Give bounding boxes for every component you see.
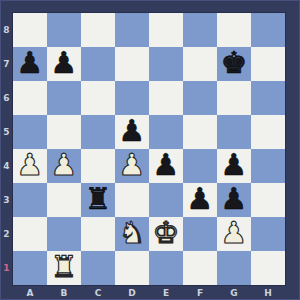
square-f4[interactable] xyxy=(183,149,217,183)
white-king-piece[interactable]: ♚ xyxy=(153,218,180,248)
file-label-c: C xyxy=(81,285,115,300)
square-h7[interactable] xyxy=(251,47,285,81)
file-label-b: B xyxy=(47,285,81,300)
black-king-piece[interactable]: ♚ xyxy=(221,48,248,78)
file-labels: ABCDEFGH xyxy=(13,285,285,300)
square-f6[interactable] xyxy=(183,81,217,115)
square-c7[interactable] xyxy=(81,47,115,81)
square-f7[interactable] xyxy=(183,47,217,81)
square-g4[interactable]: ♟ xyxy=(217,149,251,183)
file-label-g: G xyxy=(217,285,251,300)
board-frame: 87654321 ♟♟♚♟♟♟♟♟♟♜♟♟♞♚♟♜ ABCDEFGH xyxy=(0,0,300,300)
square-b2[interactable] xyxy=(47,217,81,251)
square-a5[interactable] xyxy=(13,115,47,149)
black-pawn-piece[interactable]: ♟ xyxy=(17,48,44,78)
square-f3[interactable]: ♟ xyxy=(183,183,217,217)
file-label-a: A xyxy=(13,285,47,300)
white-pawn-piece[interactable]: ♟ xyxy=(221,218,248,248)
square-e3[interactable] xyxy=(149,183,183,217)
square-h8[interactable] xyxy=(251,13,285,47)
square-e7[interactable] xyxy=(149,47,183,81)
rank-labels: 87654321 xyxy=(0,13,13,285)
square-b1[interactable]: ♜ xyxy=(47,251,81,285)
square-h5[interactable] xyxy=(251,115,285,149)
square-e4[interactable]: ♟ xyxy=(149,149,183,183)
square-a4[interactable]: ♟ xyxy=(13,149,47,183)
rank-label-7: 7 xyxy=(0,47,13,81)
square-h3[interactable] xyxy=(251,183,285,217)
black-pawn-piece[interactable]: ♟ xyxy=(119,116,146,146)
square-g7[interactable]: ♚ xyxy=(217,47,251,81)
black-pawn-piece[interactable]: ♟ xyxy=(51,48,78,78)
square-d5[interactable]: ♟ xyxy=(115,115,149,149)
square-b3[interactable] xyxy=(47,183,81,217)
rank-label-1: 1 xyxy=(0,251,13,285)
file-label-d: D xyxy=(115,285,149,300)
file-label-e: E xyxy=(149,285,183,300)
square-d3[interactable] xyxy=(115,183,149,217)
square-h6[interactable] xyxy=(251,81,285,115)
square-a2[interactable] xyxy=(13,217,47,251)
black-pawn-piece[interactable]: ♟ xyxy=(221,150,248,180)
square-c4[interactable] xyxy=(81,149,115,183)
rank-label-6: 6 xyxy=(0,81,13,115)
square-e5[interactable] xyxy=(149,115,183,149)
square-d4[interactable]: ♟ xyxy=(115,149,149,183)
square-e6[interactable] xyxy=(149,81,183,115)
file-label-f: F xyxy=(183,285,217,300)
square-a3[interactable] xyxy=(13,183,47,217)
square-g1[interactable] xyxy=(217,251,251,285)
square-a8[interactable] xyxy=(13,13,47,47)
black-pawn-piece[interactable]: ♟ xyxy=(153,150,180,180)
chess-board[interactable]: ♟♟♚♟♟♟♟♟♟♜♟♟♞♚♟♜ xyxy=(13,13,285,285)
square-c8[interactable] xyxy=(81,13,115,47)
black-rook-piece[interactable]: ♜ xyxy=(85,184,112,214)
square-d2[interactable]: ♞ xyxy=(115,217,149,251)
square-g5[interactable] xyxy=(217,115,251,149)
rank-label-8: 8 xyxy=(0,13,13,47)
square-d1[interactable] xyxy=(115,251,149,285)
square-f2[interactable] xyxy=(183,217,217,251)
square-h2[interactable] xyxy=(251,217,285,251)
square-b4[interactable]: ♟ xyxy=(47,149,81,183)
white-pawn-piece[interactable]: ♟ xyxy=(51,150,78,180)
square-f8[interactable] xyxy=(183,13,217,47)
square-b5[interactable] xyxy=(47,115,81,149)
square-c5[interactable] xyxy=(81,115,115,149)
black-pawn-piece[interactable]: ♟ xyxy=(187,184,214,214)
square-e8[interactable] xyxy=(149,13,183,47)
white-knight-piece[interactable]: ♞ xyxy=(119,218,146,248)
square-c6[interactable] xyxy=(81,81,115,115)
rank-label-5: 5 xyxy=(0,115,13,149)
square-g8[interactable] xyxy=(217,13,251,47)
square-c3[interactable]: ♜ xyxy=(81,183,115,217)
square-h4[interactable] xyxy=(251,149,285,183)
square-b6[interactable] xyxy=(47,81,81,115)
square-c2[interactable] xyxy=(81,217,115,251)
file-label-h: H xyxy=(251,285,285,300)
square-a7[interactable]: ♟ xyxy=(13,47,47,81)
square-g6[interactable] xyxy=(217,81,251,115)
square-f5[interactable] xyxy=(183,115,217,149)
square-a1[interactable] xyxy=(13,251,47,285)
white-rook-piece[interactable]: ♜ xyxy=(51,252,78,282)
square-e2[interactable]: ♚ xyxy=(149,217,183,251)
rank-label-4: 4 xyxy=(0,149,13,183)
white-pawn-piece[interactable]: ♟ xyxy=(17,150,44,180)
white-pawn-piece[interactable]: ♟ xyxy=(119,150,146,180)
square-c1[interactable] xyxy=(81,251,115,285)
rank-label-3: 3 xyxy=(0,183,13,217)
square-a6[interactable] xyxy=(13,81,47,115)
square-g3[interactable]: ♟ xyxy=(217,183,251,217)
square-e1[interactable] xyxy=(149,251,183,285)
square-h1[interactable] xyxy=(251,251,285,285)
black-pawn-piece[interactable]: ♟ xyxy=(221,184,248,214)
square-b7[interactable]: ♟ xyxy=(47,47,81,81)
square-g2[interactable]: ♟ xyxy=(217,217,251,251)
square-b8[interactable] xyxy=(47,13,81,47)
square-d8[interactable] xyxy=(115,13,149,47)
rank-label-2: 2 xyxy=(0,217,13,251)
square-f1[interactable] xyxy=(183,251,217,285)
square-d6[interactable] xyxy=(115,81,149,115)
square-d7[interactable] xyxy=(115,47,149,81)
